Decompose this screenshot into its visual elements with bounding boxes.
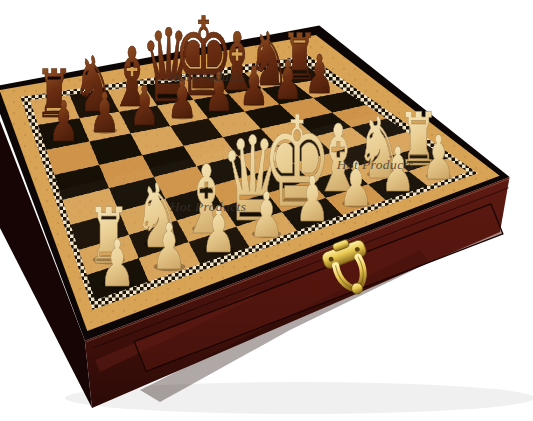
piece-white-pawn-d1[interactable]: ♟ <box>247 184 286 247</box>
piece-black-pawn-b7[interactable]: ♟ <box>88 86 122 141</box>
piece-black-pawn-c7[interactable]: ♟ <box>128 79 162 134</box>
piece-white-pawn-e1[interactable]: ♟ <box>293 169 332 232</box>
watermark-text-1: Hot Products <box>169 69 246 85</box>
piece-white-pawn-b1[interactable]: ♟ <box>150 215 190 279</box>
watermark-text-2: Hot Products <box>337 157 414 173</box>
piece-white-pawn-h1[interactable]: ♟ <box>419 127 457 188</box>
chess-set-product-photo: ♜♞♝♛♚♝♞♜♟♟♟♟♟♟♟♟♜♞♝♛♚♝♞♜♟♟♟♟♟♟♟♟Hot Prod… <box>0 0 533 421</box>
piece-white-pawn-a1[interactable]: ♟ <box>98 232 138 297</box>
watermark-text-3: Hot Products <box>170 199 247 215</box>
piece-black-pawn-a7[interactable]: ♟ <box>46 94 80 150</box>
